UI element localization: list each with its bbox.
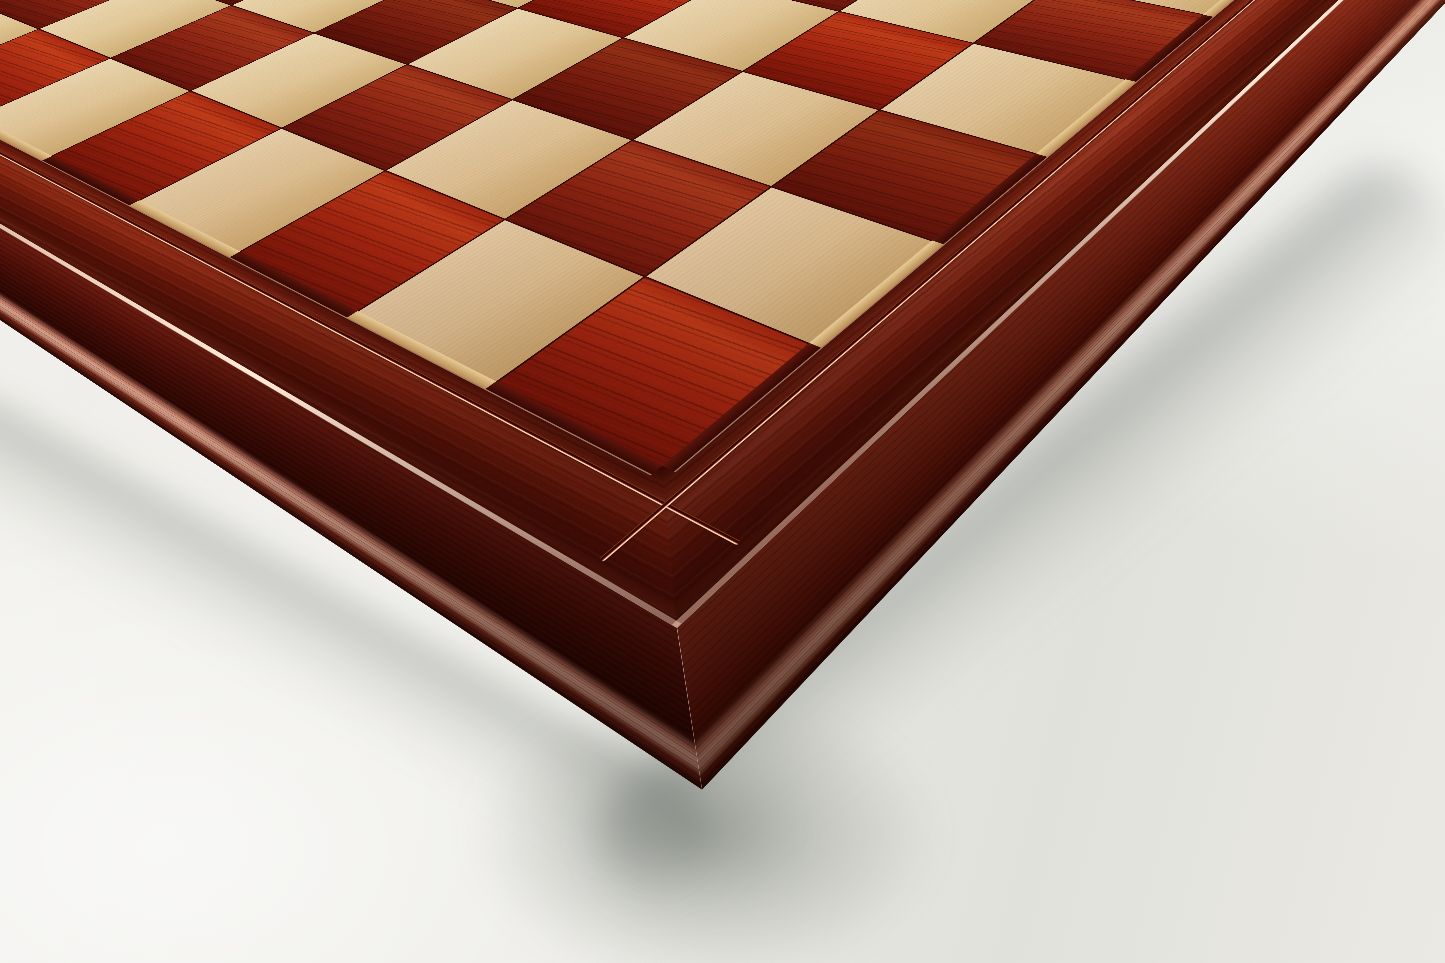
chessboard bbox=[0, 0, 1445, 628]
photo-scene bbox=[0, 0, 1445, 963]
board-top-face bbox=[0, 0, 1445, 628]
perspective-scene bbox=[0, 0, 1445, 963]
